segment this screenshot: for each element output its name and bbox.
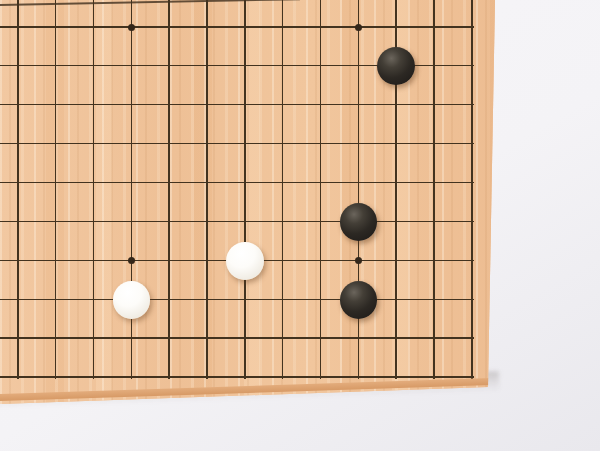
- stone-black-r9: [377, 47, 415, 85]
- stone-black-q5: [340, 203, 378, 241]
- star-point-k4: [128, 257, 135, 264]
- star-point-k10: [128, 24, 135, 31]
- go-board: [0, 0, 498, 406]
- intersection-k3: [113, 280, 151, 319]
- intersection-q4: [340, 241, 378, 280]
- intersection-k10: [113, 8, 151, 47]
- go-board-photo: [0, 0, 600, 451]
- stone-grid: [0, 8, 491, 397]
- star-point-q10: [355, 24, 362, 31]
- intersection-k4: [113, 241, 151, 280]
- intersection-r9: [377, 47, 415, 86]
- intersection-q10: [340, 8, 378, 47]
- stone-white-n4: [226, 242, 264, 280]
- stone-black-q3: [340, 281, 378, 319]
- stone-white-k3: [113, 281, 151, 319]
- intersection-q5: [340, 202, 378, 241]
- star-point-q4: [355, 257, 362, 264]
- intersection-n4: [226, 241, 264, 280]
- intersection-q3: [340, 280, 378, 319]
